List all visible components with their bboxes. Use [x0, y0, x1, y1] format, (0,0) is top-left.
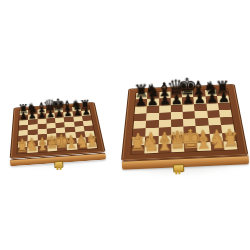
board-tilt-wrapper: ♜♞♝♛♚♝♞♜♟♟♟♟♟♟♟♟♟♟♟♟♟♟♟♟♜♞♝♛♚♝♞♜ — [121, 84, 249, 161]
piece-black-pawn: ♟ — [211, 89, 235, 104]
board-frame: ♜♞♝♛♚♝♞♜♟♟♟♟♟♟♟♟♟♟♟♟♟♟♟♟♜♞♝♛♚♝♞♜ — [121, 84, 249, 161]
square-h7: ♟ — [81, 110, 91, 115]
brass-clasp-icon — [54, 161, 63, 169]
square-e5 — [183, 111, 196, 119]
piece-white-rook: ♜ — [80, 134, 104, 150]
square-b5 — [28, 124, 37, 130]
piece-black-pawn: ♟ — [75, 106, 96, 117]
square-h1: ♜ — [223, 141, 237, 150]
chess-board-large: ♜♞♝♛♚♝♞♜♟♟♟♟♟♟♟♟♟♟♟♟♟♟♟♟♜♞♝♛♚♝♞♜ — [130, 88, 238, 154]
square-h5 — [83, 120, 93, 126]
square-b4 — [146, 120, 159, 128]
piece-white-rook: ♜ — [217, 130, 244, 151]
chess-set-small: ♜♞♝♛♚♝♞♜♟♟♟♟♟♟♟♟♟♟♟♟♟♟♟♟♜♞♝♛♚♝♞♜ — [3, 79, 110, 186]
board-frame: ♜♞♝♛♚♝♞♜♟♟♟♟♟♟♟♟♟♟♟♟♟♟♟♟♜♞♝♛♚♝♞♜ — [10, 102, 106, 159]
brass-clasp-icon — [173, 164, 184, 172]
square-b5 — [146, 113, 158, 121]
board-tilt-wrapper: ♜♞♝♛♚♝♞♜♟♟♟♟♟♟♟♟♟♟♟♟♟♟♟♟♜♞♝♛♚♝♞♜ — [10, 102, 106, 159]
chess-board-small: ♜♞♝♛♚♝♞♜♟♟♟♟♟♟♟♟♟♟♟♟♟♟♟♟♜♞♝♛♚♝♞♜ — [16, 105, 98, 154]
square-h1: ♜ — [86, 142, 97, 149]
chess-set-large: ♜♞♝♛♚♝♞♜♟♟♟♟♟♟♟♟♟♟♟♟♟♟♟♟♜♞♝♛♚♝♞♜ — [118, 55, 248, 182]
square-a4 — [133, 121, 146, 129]
product-photo-scene: ♜♞♝♛♚♝♞♜♟♟♟♟♟♟♟♟♟♟♟♟♟♟♟♟♜♞♝♛♚♝♞♜ ♜♞♝♛♚♝♞… — [0, 0, 250, 250]
square-h7: ♟ — [217, 96, 230, 103]
square-f5 — [64, 122, 74, 128]
square-a5 — [134, 113, 147, 121]
